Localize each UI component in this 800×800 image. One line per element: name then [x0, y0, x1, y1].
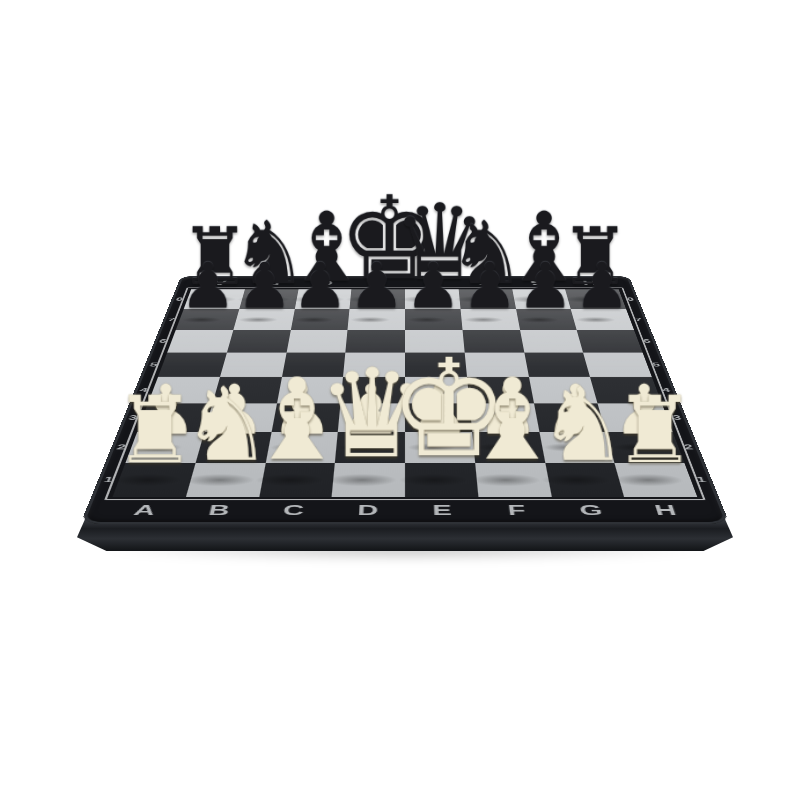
rank-label-right-1: 1: [689, 475, 713, 484]
rank-label-left-7: 7: [162, 317, 181, 322]
file-labels-near: ABCDEFGH: [102, 497, 707, 524]
board-sheen-overlay: [113, 289, 698, 497]
file-label-far-b: B: [245, 279, 300, 287]
rank-label-left-6: 6: [153, 338, 172, 344]
file-label-near-c: C: [255, 502, 332, 519]
file-label-near-d: D: [330, 502, 405, 519]
perspective-scene: ABCDEFGH ABCDEFGH 87654321 87654321 ♜♞♝♚…: [0, 0, 800, 800]
chess-board: ABCDEFGH ABCDEFGH 87654321 87654321 ♜♞♝♚…: [80, 276, 729, 524]
file-label-near-g: G: [552, 502, 630, 519]
file-label-near-f: F: [479, 502, 556, 519]
rank-label-left-5: 5: [144, 361, 164, 367]
file-labels-far: ABCDEFGH: [191, 276, 619, 289]
file-label-far-a: A: [192, 279, 247, 287]
rank-label-right-5: 5: [646, 361, 666, 367]
rank-label-left-2: 2: [110, 443, 133, 451]
rank-label-right-4: 4: [656, 387, 677, 394]
file-label-far-e: E: [405, 279, 458, 287]
file-label-far-c: C: [299, 279, 353, 287]
rank-label-right-8: 8: [621, 296, 639, 301]
file-label-near-a: A: [104, 502, 184, 519]
file-label-near-b: B: [180, 502, 258, 519]
rank-label-left-8: 8: [171, 296, 189, 301]
rank-label-left-3: 3: [122, 414, 144, 421]
rank-label-right-7: 7: [629, 317, 648, 322]
file-label-far-h: H: [562, 279, 617, 287]
rank-label-right-3: 3: [666, 414, 688, 421]
product-photo-scene: ABCDEFGH ABCDEFGH 87654321 87654321 ♜♞♝♚…: [0, 0, 800, 800]
rank-label-left-4: 4: [133, 387, 154, 394]
file-label-near-e: E: [405, 502, 480, 519]
rank-label-right-2: 2: [677, 443, 700, 451]
file-label-far-f: F: [457, 279, 511, 287]
rank-label-left-1: 1: [97, 475, 121, 484]
file-label-far-g: G: [510, 279, 565, 287]
file-label-far-d: D: [352, 279, 405, 287]
file-label-near-h: H: [626, 502, 706, 519]
rank-label-right-6: 6: [637, 338, 656, 344]
